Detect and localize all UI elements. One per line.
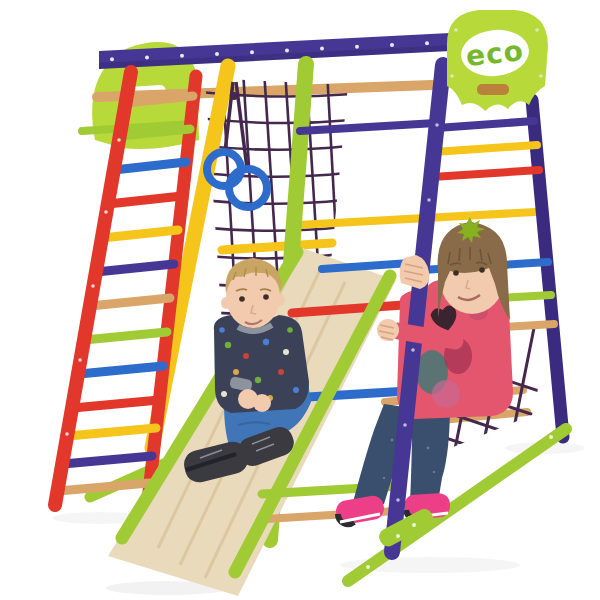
ring-right xyxy=(229,169,267,207)
top-beam xyxy=(99,33,450,69)
right-ladder-rear-rail xyxy=(532,100,563,437)
eco-badge: eco xyxy=(447,10,548,111)
play-gym-photo: eco xyxy=(0,0,600,600)
badge-handle-slot xyxy=(477,84,509,95)
eco-badge-label: eco xyxy=(464,34,525,73)
left-ladder-front-rail xyxy=(55,72,131,505)
